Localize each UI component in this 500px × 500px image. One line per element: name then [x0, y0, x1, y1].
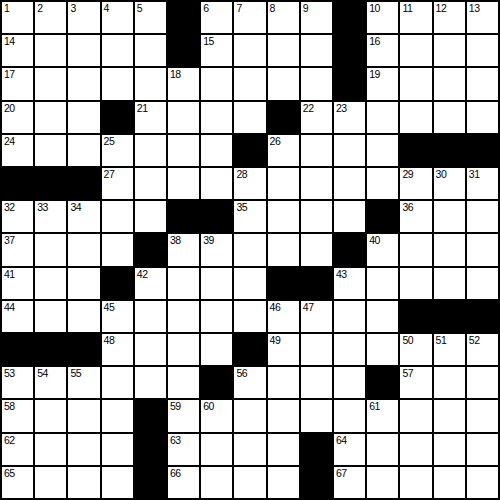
cell-r11c11[interactable]	[334, 334, 365, 365]
clue-number-21: 21	[137, 103, 148, 114]
cell-r12c14[interactable]	[434, 367, 465, 398]
block-r8c11	[334, 234, 365, 265]
cell-r14c7[interactable]	[201, 434, 232, 465]
cell-r1c15[interactable]: 13	[467, 2, 498, 33]
clue-number-18: 18	[170, 69, 181, 80]
clue-number-12: 12	[436, 3, 447, 14]
cell-r13c8[interactable]	[234, 400, 265, 431]
cell-r8c6[interactable]: 38	[168, 234, 199, 265]
block-r2c6	[168, 35, 199, 66]
cell-r12c13[interactable]: 57	[400, 367, 431, 398]
clue-number-22: 22	[303, 103, 314, 114]
cell-r10c5[interactable]	[135, 301, 166, 332]
cell-r11c6[interactable]	[168, 334, 199, 365]
block-r6c2	[35, 168, 66, 199]
clue-number-45: 45	[104, 302, 115, 313]
cell-r2c14[interactable]	[434, 35, 465, 66]
cell-r13c6[interactable]: 59	[168, 400, 199, 431]
cell-r10c2[interactable]	[35, 301, 66, 332]
clue-number-38: 38	[170, 235, 181, 246]
cell-r3c1[interactable]: 17	[2, 68, 33, 99]
cell-r14c9[interactable]	[268, 434, 299, 465]
cell-r6c15[interactable]: 31	[467, 168, 498, 199]
cell-r9c6[interactable]	[168, 268, 199, 299]
cell-r14c4[interactable]	[102, 434, 133, 465]
cell-r3c6[interactable]: 18	[168, 68, 199, 99]
clue-number-67: 67	[336, 468, 347, 479]
cell-r14c8[interactable]	[234, 434, 265, 465]
cell-r11c7[interactable]	[201, 334, 232, 365]
cell-r3c8[interactable]	[234, 68, 265, 99]
clue-number-14: 14	[4, 36, 15, 47]
cell-r2c8[interactable]	[234, 35, 265, 66]
cell-r13c3[interactable]	[68, 400, 99, 431]
clue-number-13: 13	[469, 3, 480, 14]
clue-number-42: 42	[137, 269, 148, 280]
block-r5c8	[234, 135, 265, 166]
clue-number-11: 11	[402, 3, 412, 14]
cell-r5c2[interactable]	[35, 135, 66, 166]
clue-number-5: 5	[137, 3, 142, 14]
cell-r2c4[interactable]	[102, 35, 133, 66]
cell-r14c3[interactable]	[68, 434, 99, 465]
cell-r5c4[interactable]: 25	[102, 135, 133, 166]
cell-r2c12[interactable]: 16	[367, 35, 398, 66]
cell-r3c3[interactable]	[68, 68, 99, 99]
cell-r11c9[interactable]: 49	[268, 334, 299, 365]
cell-r8c9[interactable]	[268, 234, 299, 265]
cell-r2c3[interactable]	[68, 35, 99, 66]
cell-r8c1[interactable]: 37	[2, 234, 33, 265]
cell-r7c3[interactable]: 34	[68, 201, 99, 232]
cell-r4c12[interactable]	[367, 102, 398, 133]
cell-r8c13[interactable]	[400, 234, 431, 265]
cell-r15c6[interactable]: 66	[168, 467, 199, 498]
clue-number-6: 6	[203, 3, 208, 14]
clue-number-44: 44	[4, 302, 15, 313]
clue-number-29: 29	[402, 169, 413, 180]
cell-r7c5[interactable]	[135, 201, 166, 232]
cell-r15c9[interactable]	[268, 467, 299, 498]
clue-number-66: 66	[170, 468, 181, 479]
block-r9c10	[301, 268, 332, 299]
cell-r8c4[interactable]	[102, 234, 133, 265]
cell-r8c2[interactable]	[35, 234, 66, 265]
clue-number-64: 64	[336, 435, 347, 446]
cell-r3c5[interactable]	[135, 68, 166, 99]
block-r11c1	[2, 334, 33, 365]
clue-number-35: 35	[236, 202, 247, 213]
cell-r1c8[interactable]: 7	[234, 2, 265, 33]
cell-r10c1[interactable]: 44	[2, 301, 33, 332]
cell-r13c7[interactable]: 60	[201, 400, 232, 431]
clue-number-28: 28	[236, 169, 247, 180]
cell-r2c7[interactable]: 15	[201, 35, 232, 66]
cell-r4c6[interactable]	[168, 102, 199, 133]
cell-r3c9[interactable]	[268, 68, 299, 99]
cell-r3c15[interactable]	[467, 68, 498, 99]
clue-number-65: 65	[4, 468, 15, 479]
cell-r8c14[interactable]	[434, 234, 465, 265]
clue-number-30: 30	[436, 169, 447, 180]
cell-r9c3[interactable]	[68, 268, 99, 299]
cell-r11c15[interactable]: 52	[467, 334, 498, 365]
cell-r7c9[interactable]	[268, 201, 299, 232]
block-r3c11	[334, 68, 365, 99]
cell-r2c5[interactable]	[135, 35, 166, 66]
cell-r1c3[interactable]: 3	[68, 2, 99, 33]
cell-r9c8[interactable]	[234, 268, 265, 299]
cell-r12c9[interactable]	[268, 367, 299, 398]
cell-r2c2[interactable]	[35, 35, 66, 66]
cell-r7c11[interactable]	[334, 201, 365, 232]
clue-number-58: 58	[4, 401, 15, 412]
clue-number-55: 55	[70, 368, 81, 379]
cell-r15c11[interactable]: 67	[334, 467, 365, 498]
clue-number-62: 62	[4, 435, 15, 446]
cell-r13c14[interactable]	[434, 400, 465, 431]
cell-r7c15[interactable]	[467, 201, 498, 232]
block-r1c11	[334, 2, 365, 33]
cell-r2c15[interactable]	[467, 35, 498, 66]
clue-number-26: 26	[270, 136, 281, 147]
cell-r1c13[interactable]: 11	[400, 2, 431, 33]
cell-r7c4[interactable]	[102, 201, 133, 232]
block-r15c10	[301, 467, 332, 498]
cell-r6c7[interactable]	[201, 168, 232, 199]
cell-r1c7[interactable]: 6	[201, 2, 232, 33]
cell-r3c4[interactable]	[102, 68, 133, 99]
cell-r5c5[interactable]	[135, 135, 166, 166]
clue-number-34: 34	[70, 202, 81, 213]
clue-number-1: 1	[4, 3, 9, 14]
clue-number-3: 3	[70, 3, 75, 14]
clue-number-50: 50	[402, 335, 413, 346]
cell-r15c13[interactable]	[400, 467, 431, 498]
cell-r1c4[interactable]: 4	[102, 2, 133, 33]
cell-r6c12[interactable]	[367, 168, 398, 199]
cell-r5c12[interactable]	[367, 135, 398, 166]
cell-r14c1[interactable]: 62	[2, 434, 33, 465]
cell-r7c2[interactable]: 33	[35, 201, 66, 232]
cell-r5c10[interactable]	[301, 135, 332, 166]
cell-r10c8[interactable]	[234, 301, 265, 332]
cell-r15c4[interactable]	[102, 467, 133, 498]
cell-r8c7[interactable]: 39	[201, 234, 232, 265]
clue-number-4: 4	[104, 3, 109, 14]
block-r14c5	[135, 434, 166, 465]
cell-r12c10[interactable]	[301, 367, 332, 398]
cell-r12c1[interactable]: 53	[2, 367, 33, 398]
cell-r11c5[interactable]	[135, 334, 166, 365]
cell-r3c13[interactable]	[400, 68, 431, 99]
cell-r13c9[interactable]	[268, 400, 299, 431]
cell-r10c10[interactable]: 47	[301, 301, 332, 332]
clue-number-32: 32	[4, 202, 15, 213]
cell-r1c5[interactable]: 5	[135, 2, 166, 33]
cell-r13c2[interactable]	[35, 400, 66, 431]
cell-r10c12[interactable]	[367, 301, 398, 332]
clue-number-52: 52	[469, 335, 480, 346]
clue-number-16: 16	[369, 36, 380, 47]
cell-r6c14[interactable]: 30	[434, 168, 465, 199]
cell-r4c2[interactable]	[35, 102, 66, 133]
cell-r6c10[interactable]	[301, 168, 332, 199]
clue-number-31: 31	[469, 169, 480, 180]
cell-r12c8[interactable]: 56	[234, 367, 265, 398]
cell-r14c11[interactable]: 64	[334, 434, 365, 465]
cell-r10c9[interactable]: 46	[268, 301, 299, 332]
cell-r3c7[interactable]	[201, 68, 232, 99]
cell-r15c2[interactable]	[35, 467, 66, 498]
cell-r1c12[interactable]: 10	[367, 2, 398, 33]
cell-r14c2[interactable]	[35, 434, 66, 465]
block-r4c4	[102, 102, 133, 133]
cell-r8c3[interactable]	[68, 234, 99, 265]
clue-number-7: 7	[236, 3, 241, 14]
cell-r3c10[interactable]	[301, 68, 332, 99]
block-r11c8	[234, 334, 265, 365]
cell-r9c5[interactable]: 42	[135, 268, 166, 299]
cell-r2c1[interactable]: 14	[2, 35, 33, 66]
cell-r4c7[interactable]	[201, 102, 232, 133]
cell-r10c6[interactable]	[168, 301, 199, 332]
block-r14c10	[301, 434, 332, 465]
cell-r6c6[interactable]	[168, 168, 199, 199]
cell-r1c14[interactable]: 12	[434, 2, 465, 33]
clue-number-51: 51	[436, 335, 447, 346]
clue-number-37: 37	[4, 235, 15, 246]
cell-r9c1[interactable]: 41	[2, 268, 33, 299]
clue-number-25: 25	[104, 136, 115, 147]
cell-r7c10[interactable]	[301, 201, 332, 232]
cell-r3c12[interactable]: 19	[367, 68, 398, 99]
cell-r7c14[interactable]	[434, 201, 465, 232]
cell-r15c14[interactable]	[434, 467, 465, 498]
cell-r12c5[interactable]	[135, 367, 166, 398]
cell-r13c1[interactable]: 58	[2, 400, 33, 431]
block-r6c1	[2, 168, 33, 199]
block-r11c3	[68, 334, 99, 365]
cell-r14c13[interactable]	[400, 434, 431, 465]
cell-r15c8[interactable]	[234, 467, 265, 498]
cell-r12c15[interactable]	[467, 367, 498, 398]
clue-number-56: 56	[236, 368, 247, 379]
clue-number-49: 49	[270, 335, 281, 346]
block-r5c15	[467, 135, 498, 166]
cell-r13c11[interactable]	[334, 400, 365, 431]
block-r5c13	[400, 135, 431, 166]
cell-r7c8[interactable]: 35	[234, 201, 265, 232]
clue-number-63: 63	[170, 435, 181, 446]
cell-r6c13[interactable]: 29	[400, 168, 431, 199]
cell-r14c15[interactable]	[467, 434, 498, 465]
block-r1c6	[168, 2, 199, 33]
cell-r12c2[interactable]: 54	[35, 367, 66, 398]
cell-r4c11[interactable]: 23	[334, 102, 365, 133]
clue-number-24: 24	[4, 136, 15, 147]
cell-r11c12[interactable]	[367, 334, 398, 365]
clue-number-48: 48	[104, 335, 115, 346]
cell-r9c15[interactable]	[467, 268, 498, 299]
cell-r6c5[interactable]	[135, 168, 166, 199]
clue-number-53: 53	[4, 368, 15, 379]
cell-r6c8[interactable]: 28	[234, 168, 265, 199]
clue-number-60: 60	[203, 401, 214, 412]
cell-r14c14[interactable]	[434, 434, 465, 465]
cell-r4c3[interactable]	[68, 102, 99, 133]
cell-r5c9[interactable]: 26	[268, 135, 299, 166]
block-r10c13	[400, 301, 431, 332]
clue-number-47: 47	[303, 302, 314, 313]
cell-r7c13[interactable]: 36	[400, 201, 431, 232]
cell-r14c6[interactable]: 63	[168, 434, 199, 465]
block-r8c5	[135, 234, 166, 265]
block-r11c2	[35, 334, 66, 365]
cell-r15c15[interactable]	[467, 467, 498, 498]
clue-number-59: 59	[170, 401, 181, 412]
clue-number-36: 36	[402, 202, 413, 213]
cell-r13c13[interactable]	[400, 400, 431, 431]
clue-number-20: 20	[4, 103, 15, 114]
cell-r8c12[interactable]: 40	[367, 234, 398, 265]
cell-r5c6[interactable]	[168, 135, 199, 166]
clue-number-10: 10	[369, 3, 380, 14]
cell-r12c3[interactable]: 55	[68, 367, 99, 398]
cell-r4c1[interactable]: 20	[2, 102, 33, 133]
clue-number-15: 15	[203, 36, 214, 47]
cell-r4c8[interactable]	[234, 102, 265, 133]
cell-r9c2[interactable]	[35, 268, 66, 299]
block-r12c12	[367, 367, 398, 398]
clue-number-41: 41	[4, 269, 15, 280]
block-r10c15	[467, 301, 498, 332]
cell-r6c4[interactable]: 27	[102, 168, 133, 199]
cell-r11c10[interactable]	[301, 334, 332, 365]
cell-r4c10[interactable]: 22	[301, 102, 332, 133]
clue-number-61: 61	[369, 401, 380, 412]
cell-r15c12[interactable]	[367, 467, 398, 498]
cell-r11c4[interactable]: 48	[102, 334, 133, 365]
cell-r10c7[interactable]	[201, 301, 232, 332]
block-r15c5	[135, 467, 166, 498]
cell-r15c3[interactable]	[68, 467, 99, 498]
cell-r8c10[interactable]	[301, 234, 332, 265]
cell-r6c11[interactable]	[334, 168, 365, 199]
cell-r13c10[interactable]	[301, 400, 332, 431]
cell-r3c2[interactable]	[35, 68, 66, 99]
block-r4c9	[268, 102, 299, 133]
block-r9c9	[268, 268, 299, 299]
cell-r13c4[interactable]	[102, 400, 133, 431]
cell-r10c11[interactable]	[334, 301, 365, 332]
cell-r13c15[interactable]	[467, 400, 498, 431]
cell-r4c14[interactable]	[434, 102, 465, 133]
cell-r14c12[interactable]	[367, 434, 398, 465]
cell-r4c13[interactable]	[400, 102, 431, 133]
cell-r4c15[interactable]	[467, 102, 498, 133]
clue-number-57: 57	[402, 368, 413, 379]
crossword-grid: 1234567891011121314151617181920212223242…	[0, 0, 500, 500]
block-r7c12	[367, 201, 398, 232]
cell-r15c1[interactable]: 65	[2, 467, 33, 498]
cell-r1c2[interactable]: 2	[35, 2, 66, 33]
cell-r5c11[interactable]	[334, 135, 365, 166]
cell-r11c13[interactable]: 50	[400, 334, 431, 365]
clue-number-17: 17	[4, 69, 15, 80]
cell-r4c5[interactable]: 21	[135, 102, 166, 133]
cell-r2c9[interactable]	[268, 35, 299, 66]
cell-r2c13[interactable]	[400, 35, 431, 66]
cell-r9c12[interactable]	[367, 268, 398, 299]
cell-r6c9[interactable]	[268, 168, 299, 199]
cell-r8c8[interactable]	[234, 234, 265, 265]
clue-number-19: 19	[369, 69, 380, 80]
cell-r10c4[interactable]: 45	[102, 301, 133, 332]
clue-number-46: 46	[270, 302, 281, 313]
cell-r7c1[interactable]: 32	[2, 201, 33, 232]
block-r2c11	[334, 35, 365, 66]
cell-r9c7[interactable]	[201, 268, 232, 299]
clue-number-8: 8	[270, 3, 275, 14]
cell-r12c6[interactable]	[168, 367, 199, 398]
block-r10c14	[434, 301, 465, 332]
cell-r9c14[interactable]	[434, 268, 465, 299]
block-r7c6	[168, 201, 199, 232]
cell-r8c15[interactable]	[467, 234, 498, 265]
cell-r13c12[interactable]: 61	[367, 400, 398, 431]
clue-number-33: 33	[37, 202, 48, 213]
clue-number-43: 43	[336, 269, 347, 280]
cell-r5c1[interactable]: 24	[2, 135, 33, 166]
cell-r1c9[interactable]: 8	[268, 2, 299, 33]
clue-number-27: 27	[104, 169, 115, 180]
clue-number-2: 2	[37, 3, 42, 14]
cell-r1c1[interactable]: 1	[2, 2, 33, 33]
cell-r12c11[interactable]	[334, 367, 365, 398]
clue-number-40: 40	[369, 235, 380, 246]
clue-number-9: 9	[303, 3, 308, 14]
cell-r9c13[interactable]	[400, 268, 431, 299]
block-r6c3	[68, 168, 99, 199]
cell-r5c3[interactable]	[68, 135, 99, 166]
block-r12c7	[201, 367, 232, 398]
clue-number-54: 54	[37, 368, 48, 379]
cell-r11c14[interactable]: 51	[434, 334, 465, 365]
cell-r9c11[interactable]: 43	[334, 268, 365, 299]
block-r13c5	[135, 400, 166, 431]
cell-r1c10[interactable]: 9	[301, 2, 332, 33]
block-r5c14	[434, 135, 465, 166]
cell-r3c14[interactable]	[434, 68, 465, 99]
cell-r12c4[interactable]	[102, 367, 133, 398]
cell-r2c10[interactable]	[301, 35, 332, 66]
clue-number-23: 23	[336, 103, 347, 114]
block-r9c4	[102, 268, 133, 299]
block-r7c7	[201, 201, 232, 232]
clue-number-39: 39	[203, 235, 214, 246]
cell-r5c7[interactable]	[201, 135, 232, 166]
cell-r15c7[interactable]	[201, 467, 232, 498]
cell-r10c3[interactable]	[68, 301, 99, 332]
